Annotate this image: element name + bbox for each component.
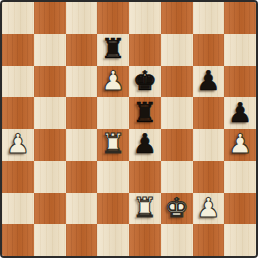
square-h5[interactable]: ♟ (224, 97, 256, 129)
square-g8[interactable] (193, 2, 225, 34)
square-e8[interactable] (129, 2, 161, 34)
black-pawn-icon[interactable]: ♟ (133, 130, 157, 157)
square-h4[interactable]: ♟ (224, 129, 256, 161)
square-d7[interactable]: ♜ (97, 34, 129, 66)
square-e5[interactable]: ♜ (129, 97, 161, 129)
square-e1[interactable] (129, 224, 161, 256)
black-pawn-icon[interactable]: ♟ (196, 67, 220, 94)
square-f4[interactable] (161, 129, 193, 161)
square-a4[interactable]: ♟ (2, 129, 34, 161)
square-f2[interactable]: ♚ (161, 193, 193, 225)
square-c6[interactable] (66, 66, 98, 98)
black-king-icon[interactable]: ♚ (133, 67, 157, 94)
square-d2[interactable] (97, 193, 129, 225)
black-pawn-icon[interactable]: ♟ (228, 99, 252, 126)
square-a3[interactable] (2, 161, 34, 193)
square-g3[interactable] (193, 161, 225, 193)
square-d4[interactable]: ♜ (97, 129, 129, 161)
square-b2[interactable] (34, 193, 66, 225)
square-a5[interactable] (2, 97, 34, 129)
square-b7[interactable] (34, 34, 66, 66)
square-c8[interactable] (66, 2, 98, 34)
square-f8[interactable] (161, 2, 193, 34)
square-h6[interactable] (224, 66, 256, 98)
white-pawn-icon[interactable]: ♟ (196, 194, 220, 221)
square-h1[interactable] (224, 224, 256, 256)
white-rook-icon[interactable]: ♜ (101, 130, 125, 157)
black-rook-icon[interactable]: ♜ (133, 99, 157, 126)
square-c2[interactable] (66, 193, 98, 225)
white-pawn-icon[interactable]: ♟ (228, 130, 252, 157)
square-g2[interactable]: ♟ (193, 193, 225, 225)
square-h2[interactable] (224, 193, 256, 225)
square-d8[interactable] (97, 2, 129, 34)
square-e2[interactable]: ♜ (129, 193, 161, 225)
square-b3[interactable] (34, 161, 66, 193)
square-c5[interactable] (66, 97, 98, 129)
square-f7[interactable] (161, 34, 193, 66)
white-pawn-icon[interactable]: ♟ (6, 130, 30, 157)
square-b4[interactable] (34, 129, 66, 161)
square-a2[interactable] (2, 193, 34, 225)
square-e3[interactable] (129, 161, 161, 193)
white-pawn-icon[interactable]: ♟ (101, 67, 125, 94)
square-f1[interactable] (161, 224, 193, 256)
square-b6[interactable] (34, 66, 66, 98)
square-g5[interactable] (193, 97, 225, 129)
square-a7[interactable] (2, 34, 34, 66)
square-c4[interactable] (66, 129, 98, 161)
square-e7[interactable] (129, 34, 161, 66)
square-a8[interactable] (2, 2, 34, 34)
square-b5[interactable] (34, 97, 66, 129)
square-f3[interactable] (161, 161, 193, 193)
square-a1[interactable] (2, 224, 34, 256)
black-rook-icon[interactable]: ♜ (101, 35, 125, 62)
square-d5[interactable] (97, 97, 129, 129)
square-g4[interactable] (193, 129, 225, 161)
white-king-icon[interactable]: ♚ (165, 194, 189, 221)
square-f6[interactable] (161, 66, 193, 98)
square-c3[interactable] (66, 161, 98, 193)
square-g1[interactable] (193, 224, 225, 256)
square-e4[interactable]: ♟ (129, 129, 161, 161)
square-b1[interactable] (34, 224, 66, 256)
square-d3[interactable] (97, 161, 129, 193)
square-b8[interactable] (34, 2, 66, 34)
square-c7[interactable] (66, 34, 98, 66)
square-h7[interactable] (224, 34, 256, 66)
square-d6[interactable]: ♟ (97, 66, 129, 98)
chess-board: ♜♟♚♟♜♟♟♜♟♟♜♚♟ (0, 0, 258, 258)
square-c1[interactable] (66, 224, 98, 256)
white-rook-icon[interactable]: ♜ (133, 194, 157, 221)
square-f5[interactable] (161, 97, 193, 129)
square-g7[interactable] (193, 34, 225, 66)
square-e6[interactable]: ♚ (129, 66, 161, 98)
square-a6[interactable] (2, 66, 34, 98)
square-d1[interactable] (97, 224, 129, 256)
square-h3[interactable] (224, 161, 256, 193)
square-g6[interactable]: ♟ (193, 66, 225, 98)
square-h8[interactable] (224, 2, 256, 34)
